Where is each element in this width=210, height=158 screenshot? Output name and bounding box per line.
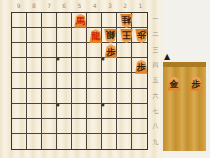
rank-label: 二 — [150, 27, 161, 42]
square-3-4[interactable] — [102, 58, 117, 73]
piece-glyph: 金 — [170, 80, 179, 89]
square-5-4[interactable] — [72, 58, 87, 73]
square-4-1[interactable] — [87, 13, 102, 28]
square-6-4[interactable] — [57, 58, 72, 73]
square-5-9[interactable] — [72, 134, 87, 149]
square-4-7[interactable] — [87, 104, 102, 119]
square-4-6[interactable] — [87, 89, 102, 104]
square-2-4[interactable] — [117, 58, 132, 73]
piece-body: 龍 — [89, 29, 102, 43]
sente-piece-歩[interactable]: 歩 — [134, 59, 149, 74]
piece-glyph: 桂 — [122, 15, 131, 24]
file-label-2: 2 — [118, 1, 133, 10]
rank-label: 四 — [150, 58, 161, 73]
square-1-6[interactable] — [132, 89, 147, 104]
square-6-3[interactable] — [57, 43, 72, 58]
square-3-8[interactable] — [102, 119, 117, 134]
square-5-3[interactable] — [72, 43, 87, 58]
square-1-3[interactable] — [132, 43, 147, 58]
square-9-6[interactable] — [12, 89, 27, 104]
square-8-9[interactable] — [27, 134, 42, 149]
square-8-1[interactable] — [27, 13, 42, 28]
piece-glyph: 歩 — [106, 48, 115, 57]
rank-label: 六 — [150, 89, 161, 104]
square-7-4[interactable] — [42, 58, 57, 73]
piece-body: 桂 — [120, 14, 133, 28]
square-8-5[interactable] — [27, 73, 42, 88]
piece-glyph: 歩 — [137, 63, 146, 72]
piece-glyph: 龍 — [91, 32, 100, 41]
square-6-5[interactable] — [57, 73, 72, 88]
hoshi-dot — [56, 104, 59, 107]
piece-glyph: 銀 — [106, 30, 115, 39]
file-coordinate-labels: 987654321 — [11, 1, 148, 10]
square-3-5[interactable] — [102, 73, 117, 88]
square-7-6[interactable] — [42, 89, 57, 104]
square-4-3[interactable] — [87, 43, 102, 58]
piece-body: 銀 — [104, 29, 117, 43]
square-1-5[interactable] — [132, 73, 147, 88]
square-9-7[interactable] — [12, 104, 27, 119]
square-9-5[interactable] — [12, 73, 27, 88]
rank-label: 八 — [150, 119, 161, 134]
file-label-3: 3 — [102, 1, 117, 10]
board-grid[interactable]: 馬桂龍銀王歩歩歩 — [11, 12, 148, 150]
square-9-3[interactable] — [12, 43, 27, 58]
square-8-4[interactable] — [27, 58, 42, 73]
file-label-7: 7 — [41, 1, 56, 10]
square-9-4[interactable] — [12, 58, 27, 73]
square-9-2[interactable] — [12, 28, 27, 43]
square-4-8[interactable] — [87, 119, 102, 134]
sente-piece-歩[interactable]: 歩 — [188, 76, 204, 91]
captured-pieces-tray: 金歩 — [163, 62, 206, 151]
hand-pieces-row: 金歩 — [163, 67, 206, 91]
square-8-2[interactable] — [27, 28, 42, 43]
rank-label: 一 — [150, 12, 161, 27]
rank-label: 三 — [150, 43, 161, 58]
piece-glyph: 歩 — [137, 30, 146, 39]
piece-body: 歩 — [135, 60, 148, 74]
square-5-6[interactable] — [72, 89, 87, 104]
shogi-app: 987654321 一二三四五六七八九 馬桂龍銀王歩歩歩 ▲ 金歩 — [0, 0, 210, 158]
file-label-9: 9 — [11, 1, 26, 10]
file-label-8: 8 — [26, 1, 41, 10]
square-7-1[interactable] — [42, 13, 57, 28]
piece-body: 歩 — [190, 77, 203, 91]
sente-piece-金[interactable]: 金 — [166, 76, 182, 91]
piece-body: 歩 — [135, 29, 148, 43]
sente-turn-marker: ▲ — [164, 53, 170, 61]
sente-piece-馬[interactable]: 馬 — [73, 13, 88, 28]
rank-label: 九 — [150, 135, 161, 150]
gote-piece-銀[interactable]: 銀 — [103, 28, 118, 43]
file-label-5: 5 — [72, 1, 87, 10]
square-2-7[interactable] — [117, 104, 132, 119]
rank-coordinate-labels: 一二三四五六七八九 — [150, 12, 161, 150]
square-7-8[interactable] — [42, 119, 57, 134]
square-4-9[interactable] — [87, 134, 102, 149]
square-2-8[interactable] — [117, 119, 132, 134]
square-5-7[interactable] — [72, 104, 87, 119]
square-1-1[interactable] — [132, 13, 147, 28]
square-9-1[interactable] — [12, 13, 27, 28]
piece-glyph: 歩 — [192, 80, 201, 89]
rank-label: 七 — [150, 104, 161, 119]
square-7-5[interactable] — [42, 73, 57, 88]
square-6-7[interactable] — [57, 104, 72, 119]
file-label-1: 1 — [133, 1, 148, 10]
hoshi-dot — [102, 104, 105, 107]
sente-piece-龍[interactable]: 龍 — [88, 28, 103, 43]
square-5-5[interactable] — [72, 73, 87, 88]
rank-label: 五 — [150, 73, 161, 88]
square-6-9[interactable] — [57, 134, 72, 149]
square-7-2[interactable] — [42, 28, 57, 43]
shogi-board: 987654321 一二三四五六七八九 馬桂龍銀王歩歩歩 — [0, 0, 162, 158]
piece-body: 歩 — [104, 44, 117, 58]
square-6-8[interactable] — [57, 119, 72, 134]
file-label-4: 4 — [87, 1, 102, 10]
square-8-7[interactable] — [27, 104, 42, 119]
square-2-3[interactable] — [117, 43, 132, 58]
square-7-9[interactable] — [42, 134, 57, 149]
file-label-6: 6 — [57, 1, 72, 10]
square-3-9[interactable] — [102, 134, 117, 149]
square-3-6[interactable] — [102, 89, 117, 104]
sente-piece-歩[interactable]: 歩 — [103, 44, 118, 59]
hoshi-dot — [56, 58, 59, 61]
gote-piece-歩[interactable]: 歩 — [134, 28, 149, 43]
square-8-6[interactable] — [27, 89, 42, 104]
square-6-6[interactable] — [57, 89, 72, 104]
square-6-2[interactable] — [57, 28, 72, 43]
square-6-1[interactable] — [57, 13, 72, 28]
piece-glyph: 王 — [122, 30, 131, 39]
piece-body: 金 — [168, 77, 181, 91]
square-5-8[interactable] — [72, 119, 87, 134]
square-5-2[interactable] — [72, 28, 87, 43]
square-3-1[interactable] — [102, 13, 117, 28]
square-9-9[interactable] — [12, 134, 27, 149]
square-1-7[interactable] — [132, 104, 147, 119]
gote-piece-桂[interactable]: 桂 — [119, 13, 134, 28]
square-7-7[interactable] — [42, 104, 57, 119]
piece-body: 馬 — [74, 14, 87, 28]
square-2-6[interactable] — [117, 89, 132, 104]
square-2-9[interactable] — [117, 134, 132, 149]
square-8-8[interactable] — [27, 119, 42, 134]
square-2-5[interactable] — [117, 73, 132, 88]
square-7-3[interactable] — [42, 43, 57, 58]
square-1-9[interactable] — [132, 134, 147, 149]
square-1-8[interactable] — [132, 119, 147, 134]
square-9-8[interactable] — [12, 119, 27, 134]
piece-body: 王 — [120, 29, 133, 43]
gote-piece-王[interactable]: 王 — [119, 28, 134, 43]
piece-glyph: 馬 — [76, 17, 85, 26]
square-4-4[interactable] — [87, 58, 102, 73]
square-8-3[interactable] — [27, 43, 42, 58]
square-4-5[interactable] — [87, 73, 102, 88]
